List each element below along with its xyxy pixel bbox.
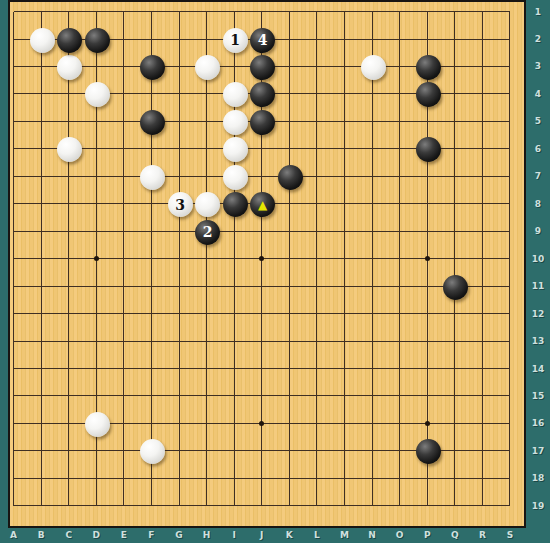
row-label: 15 [527,391,549,401]
triangle-marker: ▲ [258,199,267,211]
white-stone[interactable] [57,55,82,80]
row-label: 19 [527,501,549,511]
grid-line-horizontal [14,286,510,287]
black-stone[interactable] [443,275,468,300]
black-stone[interactable] [416,439,441,464]
row-label: 17 [527,446,549,456]
column-label: Q [445,530,465,540]
column-label: F [141,530,161,540]
column-label: A [4,530,24,540]
row-label: 16 [527,418,549,428]
white-stone[interactable] [195,55,220,80]
black-stone[interactable] [223,192,248,217]
black-stone[interactable]: ▲ [250,192,275,217]
white-stone[interactable] [223,82,248,107]
row-label: 6 [527,144,549,154]
white-stone[interactable]: 3 [168,192,193,217]
column-label: J [252,530,272,540]
column-label: N [362,530,382,540]
go-app-window: 3124▲ ABCDEFGHIJKLMNOPQRS 12345678910111… [0,0,550,543]
column-label: K [279,530,299,540]
row-label: 5 [527,116,549,126]
column-label: I [224,530,244,540]
white-stone[interactable] [361,55,386,80]
black-stone[interactable] [250,82,275,107]
white-stone[interactable] [223,165,248,190]
black-stone[interactable] [140,110,165,135]
black-stone[interactable] [85,28,110,53]
grid-line-horizontal [14,368,510,369]
row-label: 3 [527,61,549,71]
white-stone[interactable] [223,137,248,162]
column-label: E [114,530,134,540]
white-stone[interactable] [57,137,82,162]
column-label: M [335,530,355,540]
grid-line-horizontal [14,395,510,396]
black-stone[interactable] [250,55,275,80]
move-number-label: 3 [175,198,185,212]
row-label: 14 [527,364,549,374]
column-label: R [472,530,492,540]
grid-line-vertical [454,12,455,506]
black-stone[interactable]: 2 [195,220,220,245]
grid-line-vertical [344,12,345,506]
row-label: 13 [527,336,549,346]
column-label: B [31,530,51,540]
star-point [94,256,99,261]
white-stone[interactable] [85,82,110,107]
column-label: O [390,530,410,540]
column-label: G [169,530,189,540]
grid-line-horizontal [14,478,510,479]
grid-line-vertical [399,12,400,506]
row-label: 10 [527,254,549,264]
black-stone[interactable] [416,82,441,107]
grid-line-horizontal [14,313,510,314]
grid-line-vertical [372,12,373,506]
grid-line-vertical [289,12,290,506]
white-stone[interactable] [30,28,55,53]
white-stone[interactable] [85,412,110,437]
column-label: H [197,530,217,540]
black-stone[interactable] [278,165,303,190]
black-stone[interactable] [416,137,441,162]
row-label: 12 [527,309,549,319]
column-label: P [417,530,437,540]
row-label: 18 [527,473,549,483]
white-stone[interactable] [195,192,220,217]
grid-line-horizontal [14,341,510,342]
go-board[interactable]: 3124▲ [8,0,526,528]
white-stone[interactable]: 1 [223,28,248,53]
grid-line-horizontal [14,505,510,506]
black-stone[interactable] [416,55,441,80]
black-stone[interactable] [250,110,275,135]
star-point [425,256,430,261]
column-label: L [307,530,327,540]
star-point [259,256,264,261]
move-number-label: 2 [203,225,213,239]
move-number-label: 4 [258,33,268,47]
column-label: D [86,530,106,540]
column-label: S [500,530,520,540]
grid-line-vertical [509,12,510,506]
row-label: 11 [527,281,549,291]
grid-line-vertical [316,12,317,506]
row-label: 1 [527,7,549,17]
white-stone[interactable] [140,439,165,464]
row-label: 9 [527,226,549,236]
column-label: C [59,530,79,540]
grid-line-vertical [482,12,483,506]
row-label: 8 [527,199,549,209]
row-label: 4 [527,89,549,99]
black-stone[interactable]: 4 [250,28,275,53]
row-label: 2 [527,34,549,44]
white-stone[interactable] [140,165,165,190]
star-point [259,421,264,426]
black-stone[interactable] [140,55,165,80]
row-label: 7 [527,171,549,181]
star-point [425,421,430,426]
black-stone[interactable] [57,28,82,53]
move-number-label: 1 [230,33,240,47]
white-stone[interactable] [223,110,248,135]
